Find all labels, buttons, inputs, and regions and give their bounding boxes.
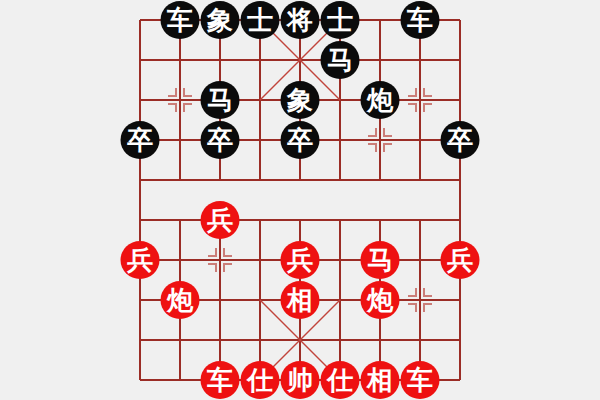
piece-black-advisor[interactable]: 士 (241, 1, 280, 39)
piece-red-elephant[interactable]: 相 (281, 281, 320, 319)
pieces-layer: 车象士将士车马马象炮卒卒卒卒兵兵兵马兵炮相炮车仕帅仕相车 (0, 0, 600, 400)
piece-red-advisor[interactable]: 仕 (321, 361, 360, 399)
piece-black-chariot[interactable]: 车 (401, 1, 440, 39)
piece-red-advisor[interactable]: 仕 (241, 361, 280, 399)
piece-red-chariot[interactable]: 车 (401, 361, 440, 399)
piece-red-elephant[interactable]: 相 (361, 361, 400, 399)
piece-red-horse[interactable]: 马 (361, 241, 400, 279)
piece-black-chariot[interactable]: 车 (161, 1, 200, 39)
piece-red-soldier[interactable]: 兵 (201, 201, 240, 239)
piece-black-advisor[interactable]: 士 (321, 1, 360, 39)
piece-red-soldier[interactable]: 兵 (281, 241, 320, 279)
piece-red-cannon[interactable]: 炮 (361, 281, 400, 319)
piece-black-general[interactable]: 将 (281, 1, 320, 39)
piece-red-soldier[interactable]: 兵 (441, 241, 480, 279)
piece-red-cannon[interactable]: 炮 (161, 281, 200, 319)
piece-black-soldier[interactable]: 卒 (281, 121, 320, 159)
piece-black-soldier[interactable]: 卒 (201, 121, 240, 159)
piece-red-chariot[interactable]: 车 (201, 361, 240, 399)
xiangqi-board: 车象士将士车马马象炮卒卒卒卒兵兵兵马兵炮相炮车仕帅仕相车 (0, 0, 600, 400)
piece-black-horse[interactable]: 马 (321, 41, 360, 79)
piece-black-soldier[interactable]: 卒 (441, 121, 480, 159)
piece-black-elephant[interactable]: 象 (201, 1, 240, 39)
piece-black-elephant[interactable]: 象 (281, 81, 320, 119)
piece-black-soldier[interactable]: 卒 (121, 121, 160, 159)
piece-red-general[interactable]: 帅 (281, 361, 320, 399)
piece-red-soldier[interactable]: 兵 (121, 241, 160, 279)
piece-black-cannon[interactable]: 炮 (361, 81, 400, 119)
piece-black-horse[interactable]: 马 (201, 81, 240, 119)
